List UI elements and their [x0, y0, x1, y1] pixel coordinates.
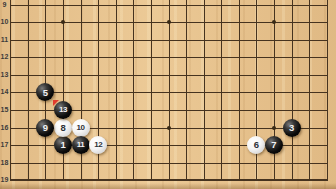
stone-number: 5	[43, 88, 48, 98]
row-label: 17	[0, 141, 9, 149]
grid-line-v	[327, 0, 328, 181]
star-point	[167, 126, 171, 130]
stone-number: 10	[77, 124, 85, 132]
grid-line-v	[98, 0, 99, 181]
row-label: 15	[0, 106, 9, 114]
grid-line-v	[186, 0, 187, 181]
stone-black-7: 7	[265, 136, 283, 154]
stone-number: 11	[77, 141, 85, 149]
stone-white-10: 10	[72, 119, 90, 137]
grid-line-v	[116, 0, 117, 181]
grid-line-v	[10, 0, 11, 181]
row-label: 13	[0, 71, 9, 79]
stone-black-3: 3	[283, 119, 301, 137]
grid-line-v	[256, 0, 257, 181]
row-label: 19	[0, 176, 9, 184]
grid-line-v	[133, 0, 134, 181]
go-board[interactable]: 910111213141516171819135678910111213	[0, 0, 336, 189]
grid-line-v	[239, 0, 240, 181]
grid-line-v	[204, 0, 205, 181]
grid-line-v	[292, 0, 293, 181]
last-move-marker-icon	[53, 100, 59, 106]
stone-black-13: 13	[54, 101, 72, 119]
row-label: 11	[0, 36, 9, 44]
stone-white-12: 12	[89, 136, 107, 154]
stone-number: 8	[60, 123, 65, 133]
grid-line-v	[309, 0, 310, 181]
grid-line-v	[169, 0, 170, 181]
stone-black-1: 1	[54, 136, 72, 154]
grid-line-v	[63, 0, 64, 181]
row-label: 12	[0, 53, 9, 61]
stone-black-11: 11	[72, 136, 90, 154]
grid-line-v	[221, 0, 222, 181]
stone-number: 1	[60, 140, 65, 150]
stone-black-9: 9	[36, 119, 54, 137]
row-label: 18	[0, 159, 9, 167]
grid-line-v	[81, 0, 82, 181]
star-point	[61, 20, 65, 24]
stone-number: 13	[59, 106, 67, 114]
row-label: 10	[0, 18, 9, 26]
star-point	[272, 126, 276, 130]
stone-black-5: 5	[36, 83, 54, 101]
star-point	[272, 20, 276, 24]
grid-line-v	[28, 0, 29, 181]
stone-number: 7	[271, 140, 276, 150]
row-label: 16	[0, 124, 9, 132]
stone-number: 9	[43, 123, 48, 133]
stone-white-6: 6	[247, 136, 265, 154]
row-label: 9	[0, 1, 9, 9]
star-point	[167, 20, 171, 24]
grid-line-v	[151, 0, 152, 181]
stone-number: 6	[254, 140, 259, 150]
grid-line-v	[274, 0, 275, 181]
stone-number: 3	[289, 123, 294, 133]
stone-number: 12	[94, 141, 102, 149]
stone-white-8: 8	[54, 119, 72, 137]
row-label: 14	[0, 88, 9, 96]
